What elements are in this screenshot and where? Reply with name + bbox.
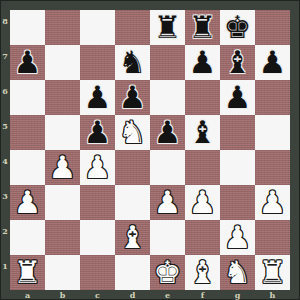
black-knight-d7[interactable]: ♞	[115, 45, 150, 80]
white-bishop-d2[interactable]: ♝	[115, 220, 150, 255]
file-label-f: f	[185, 289, 220, 300]
square-a8[interactable]	[10, 10, 45, 45]
square-c2[interactable]	[80, 220, 115, 255]
square-g4[interactable]	[220, 150, 255, 185]
chess-board: ♜♜♚♟♞♟♝♟♟♟♟♟♞♟♝♟♟♟♟♟♟♝♟♜♚♝♞♜	[10, 10, 290, 290]
square-b3[interactable]	[45, 185, 80, 220]
black-rook-e8[interactable]: ♜	[150, 10, 185, 45]
white-pawn-b4[interactable]: ♟	[45, 150, 80, 185]
black-pawn-c5[interactable]: ♟	[80, 115, 115, 150]
black-pawn-h7[interactable]: ♟	[255, 45, 290, 80]
black-pawn-a7[interactable]: ♟	[10, 45, 45, 80]
square-e8[interactable]: ♜	[150, 10, 185, 45]
square-a4[interactable]	[10, 150, 45, 185]
square-d1[interactable]	[115, 255, 150, 290]
square-f1[interactable]: ♝	[185, 255, 220, 290]
square-a3[interactable]: ♟	[10, 185, 45, 220]
square-c8[interactable]	[80, 10, 115, 45]
square-g8[interactable]: ♚	[220, 10, 255, 45]
square-d6[interactable]: ♟	[115, 80, 150, 115]
square-d2[interactable]: ♝	[115, 220, 150, 255]
square-c3[interactable]	[80, 185, 115, 220]
file-label-g: g	[220, 289, 255, 300]
square-h1[interactable]: ♜	[255, 255, 290, 290]
square-e3[interactable]: ♟	[150, 185, 185, 220]
white-rook-a1[interactable]: ♜	[10, 255, 45, 290]
square-h2[interactable]	[255, 220, 290, 255]
white-knight-d5[interactable]: ♞	[115, 115, 150, 150]
square-h3[interactable]: ♟	[255, 185, 290, 220]
square-c1[interactable]	[80, 255, 115, 290]
white-pawn-a3[interactable]: ♟	[10, 185, 45, 220]
file-label-c: c	[80, 289, 115, 300]
file-label-e: e	[150, 289, 185, 300]
square-d4[interactable]	[115, 150, 150, 185]
white-bishop-f1[interactable]: ♝	[185, 255, 220, 290]
square-a1[interactable]: ♜	[10, 255, 45, 290]
square-g7[interactable]: ♝	[220, 45, 255, 80]
square-e7[interactable]	[150, 45, 185, 80]
square-h4[interactable]	[255, 150, 290, 185]
rank-label-5: 5	[0, 115, 10, 150]
square-b5[interactable]	[45, 115, 80, 150]
square-e4[interactable]	[150, 150, 185, 185]
white-pawn-h3[interactable]: ♟	[255, 185, 290, 220]
chess-board-window: ♜♜♚♟♞♟♝♟♟♟♟♟♞♟♝♟♟♟♟♟♟♝♟♜♚♝♞♜ 8 7 6 5 4 3…	[0, 0, 300, 300]
black-pawn-d6[interactable]: ♟	[115, 80, 150, 115]
square-d8[interactable]	[115, 10, 150, 45]
square-e5[interactable]: ♟	[150, 115, 185, 150]
rank-label-4: 4	[0, 150, 10, 185]
square-h7[interactable]: ♟	[255, 45, 290, 80]
white-pawn-e3[interactable]: ♟	[150, 185, 185, 220]
black-pawn-c6[interactable]: ♟	[80, 80, 115, 115]
square-g1[interactable]: ♞	[220, 255, 255, 290]
square-b4[interactable]: ♟	[45, 150, 80, 185]
square-a6[interactable]	[10, 80, 45, 115]
square-a5[interactable]	[10, 115, 45, 150]
square-f2[interactable]	[185, 220, 220, 255]
square-h8[interactable]	[255, 10, 290, 45]
black-bishop-g7[interactable]: ♝	[220, 45, 255, 80]
file-label-b: b	[45, 289, 80, 300]
square-a2[interactable]	[10, 220, 45, 255]
black-bishop-f5[interactable]: ♝	[185, 115, 220, 150]
white-knight-g1[interactable]: ♞	[220, 255, 255, 290]
white-pawn-f3[interactable]: ♟	[185, 185, 220, 220]
square-h6[interactable]	[255, 80, 290, 115]
black-king-g8[interactable]: ♚	[220, 10, 255, 45]
square-f3[interactable]: ♟	[185, 185, 220, 220]
file-label-d: d	[115, 289, 150, 300]
square-d5[interactable]: ♞	[115, 115, 150, 150]
square-e6[interactable]	[150, 80, 185, 115]
square-b2[interactable]	[45, 220, 80, 255]
square-d7[interactable]: ♞	[115, 45, 150, 80]
file-label-a: a	[10, 289, 45, 300]
black-pawn-e5[interactable]: ♟	[150, 115, 185, 150]
square-b1[interactable]	[45, 255, 80, 290]
rank-label-7: 7	[0, 45, 10, 80]
square-f5[interactable]: ♝	[185, 115, 220, 150]
square-b7[interactable]	[45, 45, 80, 80]
white-pawn-c4[interactable]: ♟	[80, 150, 115, 185]
white-rook-h1[interactable]: ♜	[255, 255, 290, 290]
square-a7[interactable]: ♟	[10, 45, 45, 80]
square-f6[interactable]	[185, 80, 220, 115]
square-f4[interactable]	[185, 150, 220, 185]
square-c5[interactable]: ♟	[80, 115, 115, 150]
white-king-e1[interactable]: ♚	[150, 255, 185, 290]
square-g6[interactable]: ♟	[220, 80, 255, 115]
black-rook-f8[interactable]: ♜	[185, 10, 220, 45]
square-c6[interactable]: ♟	[80, 80, 115, 115]
black-pawn-g6[interactable]: ♟	[220, 80, 255, 115]
file-label-h: h	[255, 289, 290, 300]
square-e2[interactable]	[150, 220, 185, 255]
square-b6[interactable]	[45, 80, 80, 115]
square-f8[interactable]: ♜	[185, 10, 220, 45]
square-e1[interactable]: ♚	[150, 255, 185, 290]
square-f7[interactable]: ♟	[185, 45, 220, 80]
square-b8[interactable]	[45, 10, 80, 45]
rank-label-2: 2	[0, 220, 10, 255]
square-g5[interactable]	[220, 115, 255, 150]
square-g3[interactable]	[220, 185, 255, 220]
square-c7[interactable]	[80, 45, 115, 80]
square-d3[interactable]	[115, 185, 150, 220]
square-c4[interactable]: ♟	[80, 150, 115, 185]
rank-label-3: 3	[0, 185, 10, 220]
white-pawn-g2[interactable]: ♟	[220, 220, 255, 255]
square-g2[interactable]: ♟	[220, 220, 255, 255]
black-pawn-f7[interactable]: ♟	[185, 45, 220, 80]
rank-label-1: 1	[0, 255, 10, 290]
rank-label-6: 6	[0, 80, 10, 115]
rank-label-8: 8	[0, 10, 10, 45]
square-h5[interactable]	[255, 115, 290, 150]
